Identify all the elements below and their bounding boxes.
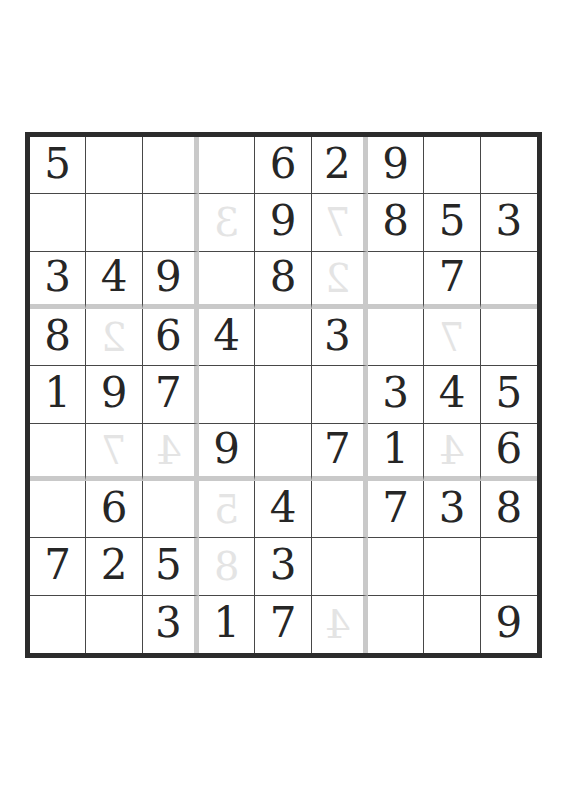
cell-r7c5[interactable]: 4 xyxy=(255,481,311,538)
cell-r9c8[interactable] xyxy=(424,596,480,653)
cell-r6c3[interactable]: 4 xyxy=(143,424,199,481)
given-digit: 5 xyxy=(44,143,71,185)
cell-r6c7[interactable]: 1 xyxy=(368,424,424,481)
cell-r6c6[interactable]: 7 xyxy=(312,424,368,481)
cell-r5c8[interactable]: 4 xyxy=(424,366,480,423)
given-digit: 7 xyxy=(324,428,351,470)
cell-r4c9[interactable] xyxy=(481,309,537,366)
bleed-through-digit: 8 xyxy=(199,538,254,594)
cell-r2c3[interactable] xyxy=(143,194,199,251)
cell-r7c8[interactable]: 3 xyxy=(424,481,480,538)
cell-r2c8[interactable]: 5 xyxy=(424,194,480,251)
cell-r2c6[interactable]: 7 xyxy=(312,194,368,251)
given-digit: 8 xyxy=(495,487,522,529)
cell-r1c1[interactable]: 5 xyxy=(30,137,86,194)
given-digit: 3 xyxy=(44,256,71,298)
cell-r9c5[interactable]: 7 xyxy=(255,596,311,653)
cell-r7c6[interactable] xyxy=(312,481,368,538)
bleed-through-digit: 4 xyxy=(143,424,194,476)
cell-r6c5[interactable] xyxy=(255,424,311,481)
given-digit: 6 xyxy=(495,428,522,470)
page: 5629397853349827826437197345749714665473… xyxy=(0,0,567,794)
cell-r5c9[interactable]: 5 xyxy=(481,366,537,423)
cell-r7c4[interactable]: 5 xyxy=(199,481,255,538)
cell-r5c6[interactable] xyxy=(312,366,368,423)
cell-r3c2[interactable]: 4 xyxy=(86,252,142,309)
cell-r1c3[interactable] xyxy=(143,137,199,194)
sudoku-board: 5629397853349827826437197345749714665473… xyxy=(25,132,542,658)
cell-r4c8[interactable]: 7 xyxy=(424,309,480,366)
bleed-through-digit: 5 xyxy=(199,481,254,537)
cell-r7c9[interactable]: 8 xyxy=(481,481,537,538)
cell-r2c5[interactable]: 9 xyxy=(255,194,311,251)
cell-r1c8[interactable] xyxy=(424,137,480,194)
given-digit: 1 xyxy=(213,602,240,644)
bleed-through-digit: 7 xyxy=(424,309,479,365)
cell-r9c2[interactable] xyxy=(86,596,142,653)
cell-r4c2[interactable]: 2 xyxy=(86,309,142,366)
cell-r2c9[interactable]: 3 xyxy=(481,194,537,251)
cell-r9c9[interactable]: 9 xyxy=(481,596,537,653)
given-digit: 5 xyxy=(439,200,466,242)
cell-r4c7[interactable] xyxy=(368,309,424,366)
cell-r5c5[interactable] xyxy=(255,366,311,423)
cell-r8c4[interactable]: 8 xyxy=(199,538,255,595)
given-digit: 4 xyxy=(101,256,128,298)
given-digit: 9 xyxy=(495,602,522,644)
given-digit: 7 xyxy=(439,256,466,298)
cell-r1c7[interactable]: 9 xyxy=(368,137,424,194)
given-digit: 3 xyxy=(155,602,182,644)
given-digit: 2 xyxy=(324,143,351,185)
given-digit: 8 xyxy=(44,315,71,357)
cell-r4c5[interactable] xyxy=(255,309,311,366)
cell-r3c3[interactable]: 9 xyxy=(143,252,199,309)
bleed-through-digit: 2 xyxy=(312,252,363,304)
bleed-through-digit: 4 xyxy=(424,424,479,476)
cell-r6c4[interactable]: 9 xyxy=(199,424,255,481)
cell-r9c3[interactable]: 3 xyxy=(143,596,199,653)
given-digit: 4 xyxy=(213,315,240,357)
given-digit: 9 xyxy=(101,372,128,414)
given-digit: 8 xyxy=(382,200,409,242)
cell-r8c1[interactable]: 7 xyxy=(30,538,86,595)
given-digit: 3 xyxy=(495,200,522,242)
cell-r5c3[interactable]: 7 xyxy=(143,366,199,423)
given-digit: 6 xyxy=(101,487,128,529)
bleed-through-digit: 7 xyxy=(312,194,363,250)
cell-r9c1[interactable] xyxy=(30,596,86,653)
given-digit: 4 xyxy=(439,372,466,414)
cell-r2c1[interactable] xyxy=(30,194,86,251)
cell-r6c2[interactable]: 7 xyxy=(86,424,142,481)
cell-r4c3[interactable]: 6 xyxy=(143,309,199,366)
cell-r9c6[interactable]: 4 xyxy=(312,596,368,653)
cell-r8c9[interactable] xyxy=(481,538,537,595)
cell-r8c3[interactable]: 5 xyxy=(143,538,199,595)
cell-r1c5[interactable]: 6 xyxy=(255,137,311,194)
bleed-through-digit: 3 xyxy=(199,194,254,250)
cell-r1c9[interactable] xyxy=(481,137,537,194)
cell-r1c2[interactable] xyxy=(86,137,142,194)
cell-r2c7[interactable]: 8 xyxy=(368,194,424,251)
cell-r3c7[interactable] xyxy=(368,252,424,309)
bleed-through-digit: 4 xyxy=(312,596,363,653)
given-digit: 6 xyxy=(155,315,182,357)
bleed-through-digit: 2 xyxy=(86,309,141,365)
given-digit: 6 xyxy=(270,143,297,185)
cell-r3c1[interactable]: 3 xyxy=(30,252,86,309)
cell-r3c8[interactable]: 7 xyxy=(424,252,480,309)
cell-r7c2[interactable]: 6 xyxy=(86,481,142,538)
cell-r7c7[interactable]: 7 xyxy=(368,481,424,538)
cell-r3c6[interactable]: 2 xyxy=(312,252,368,309)
cell-r4c4[interactable]: 4 xyxy=(199,309,255,366)
cell-r9c7[interactable] xyxy=(368,596,424,653)
cell-r7c1[interactable] xyxy=(30,481,86,538)
cell-r3c4[interactable] xyxy=(199,252,255,309)
cell-r1c6[interactable]: 2 xyxy=(312,137,368,194)
cell-r3c5[interactable]: 8 xyxy=(255,252,311,309)
bleed-through-digit: 7 xyxy=(86,424,141,476)
cell-r4c1[interactable]: 8 xyxy=(30,309,86,366)
cell-r5c2[interactable]: 9 xyxy=(86,366,142,423)
cell-r8c6[interactable] xyxy=(312,538,368,595)
given-digit: 9 xyxy=(382,143,409,185)
cell-r5c1[interactable]: 1 xyxy=(30,366,86,423)
given-digit: 3 xyxy=(382,372,409,414)
given-digit: 4 xyxy=(270,487,297,529)
cell-r6c1[interactable] xyxy=(30,424,86,481)
given-digit: 9 xyxy=(155,256,182,298)
cell-r8c2[interactable]: 2 xyxy=(86,538,142,595)
cell-r6c8[interactable]: 4 xyxy=(424,424,480,481)
given-digit: 3 xyxy=(270,544,297,586)
cell-r5c4[interactable] xyxy=(199,366,255,423)
given-digit: 7 xyxy=(270,602,297,644)
cell-r8c7[interactable] xyxy=(368,538,424,595)
given-digit: 1 xyxy=(382,428,409,470)
cell-r2c2[interactable] xyxy=(86,194,142,251)
given-digit: 3 xyxy=(324,315,351,357)
given-digit: 9 xyxy=(270,200,297,242)
given-digit: 3 xyxy=(439,487,466,529)
cell-r2c4[interactable]: 3 xyxy=(199,194,255,251)
cell-r6c9[interactable]: 6 xyxy=(481,424,537,481)
given-digit: 5 xyxy=(155,544,182,586)
given-digit: 2 xyxy=(101,544,128,586)
given-digit: 5 xyxy=(495,372,522,414)
cell-r8c8[interactable] xyxy=(424,538,480,595)
given-digit: 9 xyxy=(213,428,240,470)
cell-r9c4[interactable]: 1 xyxy=(199,596,255,653)
given-digit: 1 xyxy=(44,372,71,414)
given-digit: 7 xyxy=(155,372,182,414)
given-digit: 8 xyxy=(270,256,297,298)
cell-r5c7[interactable]: 3 xyxy=(368,366,424,423)
cell-r3c9[interactable] xyxy=(481,252,537,309)
cell-r7c3[interactable] xyxy=(143,481,199,538)
given-digit: 7 xyxy=(382,487,409,529)
given-digit: 7 xyxy=(44,544,71,586)
cell-r1c4[interactable] xyxy=(199,137,255,194)
cell-r8c5[interactable]: 3 xyxy=(255,538,311,595)
cell-r4c6[interactable]: 3 xyxy=(312,309,368,366)
